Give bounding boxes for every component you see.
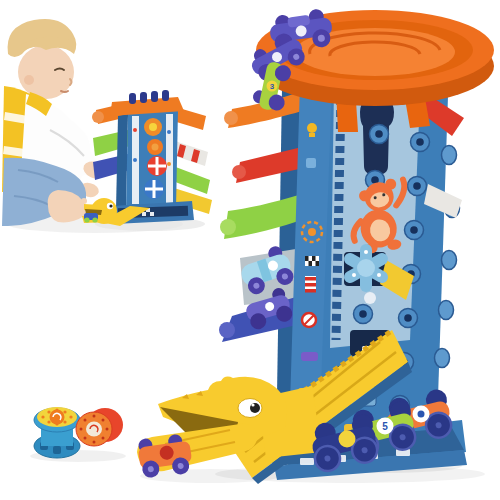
mini-ramp-left-orange-tip xyxy=(92,111,104,123)
snowflake-center xyxy=(357,259,375,277)
sticker-checker-flag xyxy=(305,256,319,266)
mini-duck-car-wheel-1 xyxy=(84,217,89,222)
mini-duck-car-wheel-2 xyxy=(92,217,97,222)
snowflake-dot-2 xyxy=(352,273,356,277)
snowflake-small-cluster xyxy=(364,292,376,304)
mini-track-dot-1 xyxy=(133,128,137,132)
mini-track-dot-3 xyxy=(167,130,171,134)
toy-scene: 3 xyxy=(0,0,500,500)
sticker-stripes xyxy=(305,276,316,293)
wheel-disc-red-spiral xyxy=(86,422,102,437)
sticker-trophy xyxy=(307,123,317,133)
sticker-trophy-base xyxy=(309,133,315,137)
wheel-disc-blue-spiral xyxy=(50,410,65,425)
duck-eye-glint xyxy=(251,403,254,406)
sticker-blue-small xyxy=(306,158,316,168)
ramp-left-orange-tip xyxy=(224,111,238,125)
racer-green-sticker-number: 5 xyxy=(382,421,388,432)
mini-peg-3 xyxy=(151,91,158,102)
ramp-left-green-tip xyxy=(220,219,236,235)
baby-ear xyxy=(24,75,34,85)
sticker-sun-center xyxy=(308,228,316,236)
ramp-left-blue-tip xyxy=(219,322,235,338)
baby-toe-1 xyxy=(81,198,87,204)
mini-track-dot-2 xyxy=(133,158,137,162)
inset-baby xyxy=(2,19,107,226)
baby-mouth xyxy=(61,91,68,92)
mini-gear-1-hub xyxy=(149,123,157,131)
sticker-purple-car xyxy=(301,352,318,361)
mini-track-strip-right xyxy=(166,114,173,204)
mini-track-dot-4 xyxy=(167,162,171,166)
disc-car-green-sticker-number: 3 xyxy=(270,82,275,91)
baby-face xyxy=(18,45,74,99)
racer-orange-sticker-glyph xyxy=(418,411,425,418)
mini-peg-1 xyxy=(129,93,136,104)
mini-tower-side xyxy=(116,114,128,210)
wheel-disc-blue xyxy=(34,407,80,458)
snowflake-dot-1 xyxy=(364,250,368,254)
product-photo: 3 xyxy=(0,0,500,500)
mini-peg-2 xyxy=(140,92,147,103)
snowflake-dot-3 xyxy=(377,273,381,277)
mini-gear-2-hub xyxy=(152,144,159,151)
mini-duck-pupil xyxy=(109,204,112,207)
inset-mini-toy xyxy=(82,90,212,226)
ramp-left-red-tip xyxy=(232,165,246,179)
tower-gear-rack xyxy=(336,98,341,340)
racer-navy-sticker xyxy=(339,431,356,448)
wheel-disc-red xyxy=(76,408,123,446)
mini-peg-4 xyxy=(162,90,169,101)
